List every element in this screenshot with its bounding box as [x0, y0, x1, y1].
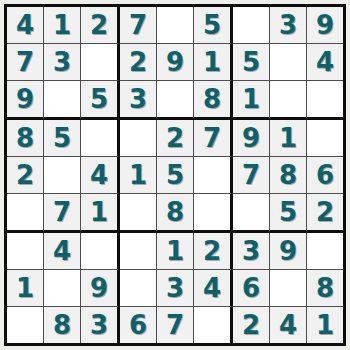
cell-r9c3: 3 [81, 307, 120, 343]
cell-r1c7[interactable] [233, 7, 270, 44]
cell-r1c2: 1 [44, 7, 81, 44]
cell-r7c2: 4 [44, 233, 81, 270]
cell-r6c5: 8 [157, 194, 194, 233]
cell-r1c9: 9 [307, 7, 343, 44]
cell-r4c9[interactable] [307, 120, 343, 157]
cell-r5c9: 6 [307, 157, 343, 194]
cell-r7c8: 9 [270, 233, 307, 270]
cell-r9c8: 4 [270, 307, 307, 343]
cell-r7c1[interactable] [7, 233, 44, 270]
cell-r3c2[interactable] [44, 81, 81, 120]
cell-r8c5: 3 [157, 270, 194, 307]
cell-r8c4[interactable] [120, 270, 157, 307]
cell-r4c7: 9 [233, 120, 270, 157]
cell-r4c2: 5 [44, 120, 81, 157]
cell-r1c3: 2 [81, 7, 120, 44]
cell-r9c4: 6 [120, 307, 157, 343]
cell-r8c1: 1 [7, 270, 44, 307]
cell-r4c5: 2 [157, 120, 194, 157]
cell-r1c4: 7 [120, 7, 157, 44]
cell-r4c4[interactable] [120, 120, 157, 157]
cell-r6c6[interactable] [194, 194, 233, 233]
cell-r1c5[interactable] [157, 7, 194, 44]
cell-r9c2: 8 [44, 307, 81, 343]
cell-r7c7: 3 [233, 233, 270, 270]
cell-r6c8: 5 [270, 194, 307, 233]
cell-r1c1: 4 [7, 7, 44, 44]
cell-r2c5: 9 [157, 44, 194, 81]
cell-r3c5[interactable] [157, 81, 194, 120]
cell-r7c3[interactable] [81, 233, 120, 270]
cell-r3c4: 3 [120, 81, 157, 120]
cell-r9c7: 2 [233, 307, 270, 343]
cell-r5c7: 7 [233, 157, 270, 194]
cell-r1c6: 5 [194, 7, 233, 44]
cell-r2c8[interactable] [270, 44, 307, 81]
cell-r4c6: 7 [194, 120, 233, 157]
cell-r8c9: 8 [307, 270, 343, 307]
cell-r5c1: 2 [7, 157, 44, 194]
cell-r7c4[interactable] [120, 233, 157, 270]
cell-r2c2: 3 [44, 44, 81, 81]
cell-r3c9[interactable] [307, 81, 343, 120]
cell-r5c5: 5 [157, 157, 194, 194]
cell-r3c1: 9 [7, 81, 44, 120]
cell-r5c8: 8 [270, 157, 307, 194]
cell-r2c1: 7 [7, 44, 44, 81]
cell-r9c1[interactable] [7, 307, 44, 343]
cell-r6c7[interactable] [233, 194, 270, 233]
sudoku-board: 4127539732915495381852791241578671852412… [4, 4, 346, 346]
cell-r9c6[interactable] [194, 307, 233, 343]
cell-r6c3: 1 [81, 194, 120, 233]
cell-r5c2[interactable] [44, 157, 81, 194]
cell-r8c3: 9 [81, 270, 120, 307]
cell-r5c6[interactable] [194, 157, 233, 194]
cell-r3c6: 8 [194, 81, 233, 120]
cell-r6c4[interactable] [120, 194, 157, 233]
cell-r7c9[interactable] [307, 233, 343, 270]
cell-r3c3: 5 [81, 81, 120, 120]
cell-r7c5: 1 [157, 233, 194, 270]
cell-r1c8: 3 [270, 7, 307, 44]
cell-r6c2: 7 [44, 194, 81, 233]
cell-r7c6: 2 [194, 233, 233, 270]
cell-r3c7: 1 [233, 81, 270, 120]
cell-r4c8: 1 [270, 120, 307, 157]
cell-r2c4: 2 [120, 44, 157, 81]
cell-r5c3: 4 [81, 157, 120, 194]
cell-r8c2[interactable] [44, 270, 81, 307]
cell-r2c3[interactable] [81, 44, 120, 81]
cell-r9c5: 7 [157, 307, 194, 343]
cell-r8c6: 4 [194, 270, 233, 307]
cell-r4c3[interactable] [81, 120, 120, 157]
cell-r2c6: 1 [194, 44, 233, 81]
cell-r4c1: 8 [7, 120, 44, 157]
cell-r2c7: 5 [233, 44, 270, 81]
cell-r5c4: 1 [120, 157, 157, 194]
cell-r3c8[interactable] [270, 81, 307, 120]
cell-r9c9: 1 [307, 307, 343, 343]
cell-r6c9: 2 [307, 194, 343, 233]
cell-r8c7: 6 [233, 270, 270, 307]
cell-r2c9: 4 [307, 44, 343, 81]
cell-r8c8[interactable] [270, 270, 307, 307]
cell-r6c1[interactable] [7, 194, 44, 233]
